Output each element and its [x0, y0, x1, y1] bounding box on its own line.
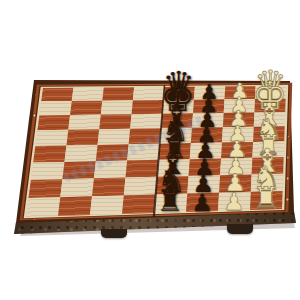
chess-set-photo: ♛♟♟♛♚♟♟♚♝♟♟♝♞♟♟♞♜♟♟♜♝♟♟♝♞♟♟♞♜♟♟♜	[0, 0, 300, 300]
board-foot-left	[101, 229, 127, 238]
board-foot-right	[227, 224, 253, 234]
